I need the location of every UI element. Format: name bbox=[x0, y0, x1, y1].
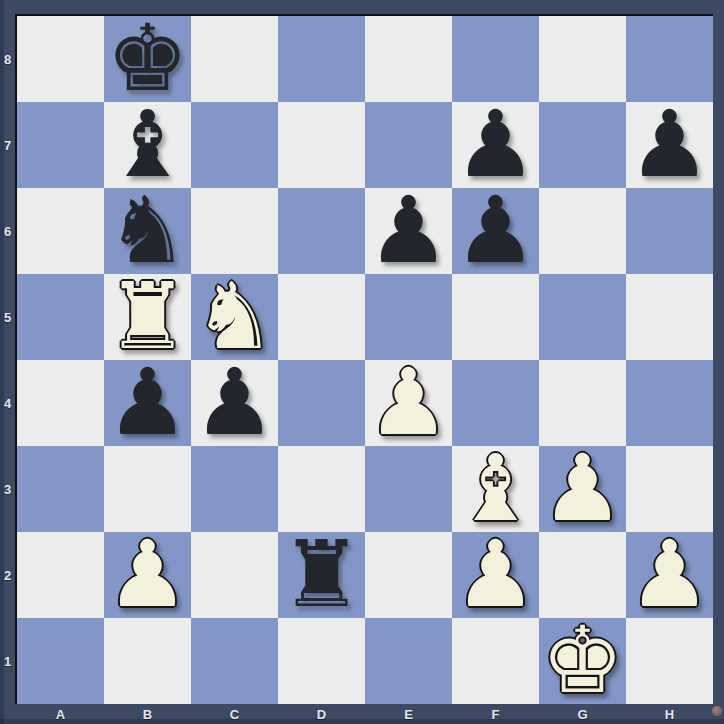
piece-black-pawn[interactable]: ♟ bbox=[454, 188, 536, 274]
square-e7[interactable] bbox=[365, 102, 452, 188]
piece-black-rook[interactable]: ♜ bbox=[280, 532, 362, 618]
piece-white-knight[interactable]: ♞ bbox=[193, 274, 275, 360]
square-a7[interactable] bbox=[17, 102, 104, 188]
square-f3[interactable]: ♝ bbox=[452, 446, 539, 532]
file-label-e: E bbox=[365, 704, 452, 724]
square-c3[interactable] bbox=[191, 446, 278, 532]
square-d2[interactable]: ♜ bbox=[278, 532, 365, 618]
square-f6[interactable]: ♟ bbox=[452, 188, 539, 274]
square-d6[interactable] bbox=[278, 188, 365, 274]
square-g2[interactable] bbox=[539, 532, 626, 618]
square-b5[interactable]: ♜ bbox=[104, 274, 191, 360]
square-c5[interactable]: ♞ bbox=[191, 274, 278, 360]
piece-white-rook[interactable]: ♜ bbox=[106, 274, 188, 360]
chess-board-frame: ♚♝♟♟♞♟♟♜♞♟♟♟♝♟♟♜♟♟♚ 87654321ABCDEFGH bbox=[0, 0, 724, 724]
square-c7[interactable] bbox=[191, 102, 278, 188]
square-d4[interactable] bbox=[278, 360, 365, 446]
square-e3[interactable] bbox=[365, 446, 452, 532]
piece-black-pawn[interactable]: ♟ bbox=[106, 360, 188, 446]
square-e5[interactable] bbox=[365, 274, 452, 360]
square-a3[interactable] bbox=[17, 446, 104, 532]
square-f5[interactable] bbox=[452, 274, 539, 360]
piece-white-pawn[interactable]: ♟ bbox=[454, 532, 536, 618]
rank-label-2: 2 bbox=[0, 532, 15, 618]
square-b6[interactable]: ♞ bbox=[104, 188, 191, 274]
file-label-h: H bbox=[626, 704, 713, 724]
file-label-c: C bbox=[191, 704, 278, 724]
square-e8[interactable] bbox=[365, 16, 452, 102]
square-g6[interactable] bbox=[539, 188, 626, 274]
rank-label-8: 8 bbox=[0, 16, 15, 102]
piece-black-pawn[interactable]: ♟ bbox=[367, 188, 449, 274]
square-c4[interactable]: ♟ bbox=[191, 360, 278, 446]
square-h6[interactable] bbox=[626, 188, 713, 274]
piece-black-pawn[interactable]: ♟ bbox=[628, 102, 710, 188]
piece-black-pawn[interactable]: ♟ bbox=[193, 360, 275, 446]
square-g3[interactable]: ♟ bbox=[539, 446, 626, 532]
rank-label-7: 7 bbox=[0, 102, 15, 188]
file-label-b: B bbox=[104, 704, 191, 724]
square-f8[interactable] bbox=[452, 16, 539, 102]
square-h8[interactable] bbox=[626, 16, 713, 102]
square-b1[interactable] bbox=[104, 618, 191, 704]
square-b7[interactable]: ♝ bbox=[104, 102, 191, 188]
square-a4[interactable] bbox=[17, 360, 104, 446]
file-label-d: D bbox=[278, 704, 365, 724]
file-label-a: A bbox=[17, 704, 104, 724]
square-g5[interactable] bbox=[539, 274, 626, 360]
piece-white-pawn[interactable]: ♟ bbox=[367, 360, 449, 446]
square-g1[interactable]: ♚ bbox=[539, 618, 626, 704]
rank-label-3: 3 bbox=[0, 446, 15, 532]
square-a1[interactable] bbox=[17, 618, 104, 704]
piece-black-pawn[interactable]: ♟ bbox=[454, 102, 536, 188]
square-a6[interactable] bbox=[17, 188, 104, 274]
piece-white-king[interactable]: ♚ bbox=[541, 618, 623, 704]
piece-white-pawn[interactable]: ♟ bbox=[628, 532, 710, 618]
square-d7[interactable] bbox=[278, 102, 365, 188]
file-label-g: G bbox=[539, 704, 626, 724]
piece-white-pawn[interactable]: ♟ bbox=[106, 532, 188, 618]
square-h7[interactable]: ♟ bbox=[626, 102, 713, 188]
chess-board: ♚♝♟♟♞♟♟♜♞♟♟♟♝♟♟♜♟♟♚ bbox=[15, 14, 713, 704]
piece-black-king[interactable]: ♚ bbox=[106, 16, 188, 102]
square-f4[interactable] bbox=[452, 360, 539, 446]
square-f1[interactable] bbox=[452, 618, 539, 704]
rank-label-5: 5 bbox=[0, 274, 15, 360]
file-label-f: F bbox=[452, 704, 539, 724]
square-d5[interactable] bbox=[278, 274, 365, 360]
square-a8[interactable] bbox=[17, 16, 104, 102]
rank-label-6: 6 bbox=[0, 188, 15, 274]
square-e1[interactable] bbox=[365, 618, 452, 704]
square-h2[interactable]: ♟ bbox=[626, 532, 713, 618]
piece-white-bishop[interactable]: ♝ bbox=[454, 446, 536, 532]
move-indicator-dot bbox=[712, 706, 722, 716]
square-d8[interactable] bbox=[278, 16, 365, 102]
square-e2[interactable] bbox=[365, 532, 452, 618]
square-f2[interactable]: ♟ bbox=[452, 532, 539, 618]
square-b8[interactable]: ♚ bbox=[104, 16, 191, 102]
rank-label-4: 4 bbox=[0, 360, 15, 446]
square-f7[interactable]: ♟ bbox=[452, 102, 539, 188]
square-d3[interactable] bbox=[278, 446, 365, 532]
square-h5[interactable] bbox=[626, 274, 713, 360]
piece-white-pawn[interactable]: ♟ bbox=[541, 446, 623, 532]
square-h1[interactable] bbox=[626, 618, 713, 704]
square-c1[interactable] bbox=[191, 618, 278, 704]
square-c2[interactable] bbox=[191, 532, 278, 618]
square-e6[interactable]: ♟ bbox=[365, 188, 452, 274]
piece-black-bishop[interactable]: ♝ bbox=[106, 102, 188, 188]
rank-label-1: 1 bbox=[0, 618, 15, 704]
square-g7[interactable] bbox=[539, 102, 626, 188]
square-b4[interactable]: ♟ bbox=[104, 360, 191, 446]
square-e4[interactable]: ♟ bbox=[365, 360, 452, 446]
piece-black-knight[interactable]: ♞ bbox=[106, 188, 188, 274]
square-a5[interactable] bbox=[17, 274, 104, 360]
square-h4[interactable] bbox=[626, 360, 713, 446]
square-b3[interactable] bbox=[104, 446, 191, 532]
square-d1[interactable] bbox=[278, 618, 365, 704]
square-h3[interactable] bbox=[626, 446, 713, 532]
square-b2[interactable]: ♟ bbox=[104, 532, 191, 618]
square-c8[interactable] bbox=[191, 16, 278, 102]
square-a2[interactable] bbox=[17, 532, 104, 618]
square-c6[interactable] bbox=[191, 188, 278, 274]
square-g4[interactable] bbox=[539, 360, 626, 446]
square-g8[interactable] bbox=[539, 16, 626, 102]
